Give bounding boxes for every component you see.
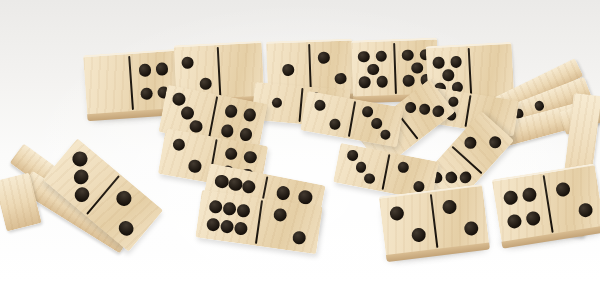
pip	[403, 100, 419, 116]
pip	[417, 102, 433, 118]
pip	[362, 106, 375, 119]
pip	[443, 169, 460, 186]
pip	[370, 117, 383, 130]
pip	[367, 63, 379, 75]
pip	[180, 105, 195, 120]
pip	[205, 217, 220, 232]
pip	[222, 201, 237, 216]
pip	[182, 57, 194, 69]
pip	[329, 118, 342, 131]
pip	[389, 206, 405, 222]
pip	[114, 188, 135, 209]
pip	[432, 57, 444, 69]
pip	[276, 185, 292, 201]
pip	[555, 181, 571, 197]
pip	[346, 149, 359, 162]
pip	[199, 77, 211, 89]
pip	[237, 203, 252, 218]
pip	[234, 221, 249, 236]
pip	[271, 97, 282, 108]
right-half-2	[544, 165, 600, 234]
pip	[375, 50, 387, 62]
pip	[220, 219, 235, 234]
pip	[411, 227, 427, 243]
right-half-3	[350, 99, 404, 147]
pip	[241, 179, 257, 195]
pip	[224, 147, 238, 161]
pip	[462, 135, 479, 152]
pip	[272, 208, 287, 223]
pip	[431, 103, 447, 119]
pip	[227, 176, 243, 192]
pip	[358, 50, 370, 62]
pip	[464, 220, 480, 236]
table-surface	[0, 0, 600, 281]
pip	[139, 64, 152, 77]
left-half-6	[195, 190, 261, 246]
pip	[578, 203, 594, 219]
right-half-2	[257, 198, 323, 254]
left-half-0	[83, 54, 132, 115]
pip	[533, 100, 545, 112]
pip	[140, 87, 153, 100]
pip	[220, 123, 235, 138]
pip	[525, 211, 541, 227]
pip	[487, 134, 504, 151]
pip	[188, 159, 202, 173]
pip	[450, 56, 462, 68]
left-half-2	[300, 91, 354, 139]
pip	[442, 69, 454, 81]
pip	[171, 92, 186, 107]
pip	[522, 186, 538, 202]
pip	[208, 199, 223, 214]
pip	[397, 161, 410, 174]
pip	[403, 74, 415, 86]
pip	[156, 63, 169, 76]
domino-front-right-standing-4-2[interactable]	[492, 163, 600, 242]
pip	[506, 214, 522, 230]
pip	[242, 108, 257, 123]
pip	[116, 218, 137, 239]
pip	[172, 137, 186, 151]
pip	[402, 49, 414, 61]
pip	[71, 166, 92, 187]
pip	[502, 189, 518, 205]
pip	[243, 150, 257, 164]
pip	[282, 64, 294, 76]
pip	[223, 104, 238, 119]
pip	[334, 73, 346, 85]
pip	[238, 127, 253, 142]
left-half-5	[351, 41, 395, 97]
pip	[70, 149, 91, 170]
pip	[355, 161, 368, 174]
pip	[411, 61, 423, 73]
pip	[379, 128, 392, 141]
pip	[363, 172, 376, 185]
pip	[359, 76, 371, 88]
pip	[457, 169, 474, 186]
left-half-3	[333, 143, 389, 192]
pip	[292, 230, 307, 245]
domino-front-leaning-tile-2-2[interactable]	[379, 184, 490, 256]
right-half-2	[432, 186, 490, 250]
pip	[376, 75, 388, 87]
left-half-2	[379, 192, 437, 256]
pip	[72, 184, 93, 205]
left-half-4	[492, 174, 552, 243]
pip	[318, 52, 330, 64]
pip	[214, 173, 230, 189]
pip	[442, 200, 458, 216]
pip	[314, 99, 327, 112]
